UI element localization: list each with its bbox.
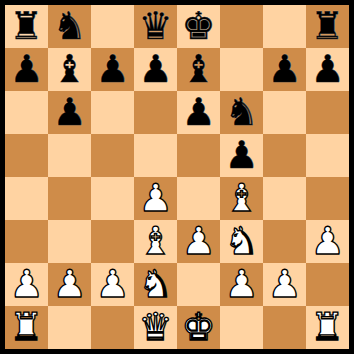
white-pawn[interactable]: ♟ — [224, 265, 258, 303]
chess-board: ♜♞♛♚♜♟♝♟♟♝♟♟♟♟♞♟♟♝♝♟♞♟♟♟♟♞♟♟♜♛♚♜ — [0, 0, 354, 354]
square-h5[interactable] — [306, 134, 349, 177]
square-g5[interactable] — [263, 134, 306, 177]
square-b4[interactable] — [48, 177, 91, 220]
white-pawn[interactable]: ♟ — [310, 222, 344, 260]
square-e2[interactable] — [177, 263, 220, 306]
square-d8[interactable]: ♛ — [134, 5, 177, 48]
black-pawn[interactable]: ♟ — [52, 93, 86, 131]
square-g3[interactable] — [263, 220, 306, 263]
white-knight[interactable]: ♞ — [224, 222, 258, 260]
square-f7[interactable] — [220, 48, 263, 91]
square-a6[interactable] — [5, 91, 48, 134]
square-c7[interactable]: ♟ — [91, 48, 134, 91]
square-b3[interactable] — [48, 220, 91, 263]
square-a3[interactable] — [5, 220, 48, 263]
square-b1[interactable] — [48, 306, 91, 349]
white-pawn[interactable]: ♟ — [138, 179, 172, 217]
square-c4[interactable] — [91, 177, 134, 220]
square-b5[interactable] — [48, 134, 91, 177]
square-f5[interactable]: ♟ — [220, 134, 263, 177]
black-pawn[interactable]: ♟ — [95, 50, 129, 88]
square-a4[interactable] — [5, 177, 48, 220]
square-a5[interactable] — [5, 134, 48, 177]
square-b2[interactable]: ♟ — [48, 263, 91, 306]
square-e3[interactable]: ♟ — [177, 220, 220, 263]
square-h3[interactable]: ♟ — [306, 220, 349, 263]
white-bishop[interactable]: ♝ — [138, 222, 172, 260]
white-queen[interactable]: ♛ — [138, 308, 172, 346]
white-pawn[interactable]: ♟ — [267, 265, 301, 303]
white-pawn[interactable]: ♟ — [9, 265, 43, 303]
black-bishop[interactable]: ♝ — [181, 50, 215, 88]
black-pawn[interactable]: ♟ — [138, 50, 172, 88]
black-bishop[interactable]: ♝ — [52, 50, 86, 88]
square-h1[interactable]: ♜ — [306, 306, 349, 349]
square-d7[interactable]: ♟ — [134, 48, 177, 91]
square-d5[interactable] — [134, 134, 177, 177]
white-pawn[interactable]: ♟ — [95, 265, 129, 303]
square-h4[interactable] — [306, 177, 349, 220]
square-c8[interactable] — [91, 5, 134, 48]
square-f6[interactable]: ♞ — [220, 91, 263, 134]
white-rook[interactable]: ♜ — [310, 308, 344, 346]
black-pawn[interactable]: ♟ — [267, 50, 301, 88]
square-c6[interactable] — [91, 91, 134, 134]
square-f3[interactable]: ♞ — [220, 220, 263, 263]
square-c5[interactable] — [91, 134, 134, 177]
square-f8[interactable] — [220, 5, 263, 48]
square-d6[interactable] — [134, 91, 177, 134]
black-pawn[interactable]: ♟ — [310, 50, 344, 88]
square-e8[interactable]: ♚ — [177, 5, 220, 48]
square-e4[interactable] — [177, 177, 220, 220]
black-pawn[interactable]: ♟ — [181, 93, 215, 131]
square-h2[interactable] — [306, 263, 349, 306]
square-d3[interactable]: ♝ — [134, 220, 177, 263]
black-king[interactable]: ♚ — [181, 7, 215, 45]
square-a7[interactable]: ♟ — [5, 48, 48, 91]
black-knight[interactable]: ♞ — [224, 93, 258, 131]
white-pawn[interactable]: ♟ — [52, 265, 86, 303]
white-knight[interactable]: ♞ — [138, 265, 172, 303]
black-pawn[interactable]: ♟ — [224, 136, 258, 174]
square-b8[interactable]: ♞ — [48, 5, 91, 48]
square-e1[interactable]: ♚ — [177, 306, 220, 349]
square-b6[interactable]: ♟ — [48, 91, 91, 134]
square-f1[interactable] — [220, 306, 263, 349]
square-g1[interactable] — [263, 306, 306, 349]
black-rook[interactable]: ♜ — [9, 7, 43, 45]
white-pawn[interactable]: ♟ — [181, 222, 215, 260]
square-a1[interactable]: ♜ — [5, 306, 48, 349]
square-e6[interactable]: ♟ — [177, 91, 220, 134]
square-g2[interactable]: ♟ — [263, 263, 306, 306]
square-e5[interactable] — [177, 134, 220, 177]
square-c3[interactable] — [91, 220, 134, 263]
square-g7[interactable]: ♟ — [263, 48, 306, 91]
white-bishop[interactable]: ♝ — [224, 179, 258, 217]
square-f4[interactable]: ♝ — [220, 177, 263, 220]
square-f2[interactable]: ♟ — [220, 263, 263, 306]
square-a8[interactable]: ♜ — [5, 5, 48, 48]
black-queen[interactable]: ♛ — [138, 7, 172, 45]
square-g8[interactable] — [263, 5, 306, 48]
black-pawn[interactable]: ♟ — [9, 50, 43, 88]
square-d1[interactable]: ♛ — [134, 306, 177, 349]
square-d4[interactable]: ♟ — [134, 177, 177, 220]
square-b7[interactable]: ♝ — [48, 48, 91, 91]
black-rook[interactable]: ♜ — [310, 7, 344, 45]
square-e7[interactable]: ♝ — [177, 48, 220, 91]
square-d2[interactable]: ♞ — [134, 263, 177, 306]
white-rook[interactable]: ♜ — [9, 308, 43, 346]
square-c1[interactable] — [91, 306, 134, 349]
square-g6[interactable] — [263, 91, 306, 134]
black-knight[interactable]: ♞ — [52, 7, 86, 45]
square-c2[interactable]: ♟ — [91, 263, 134, 306]
square-a2[interactable]: ♟ — [5, 263, 48, 306]
white-king[interactable]: ♚ — [181, 308, 215, 346]
square-h7[interactable]: ♟ — [306, 48, 349, 91]
square-g4[interactable] — [263, 177, 306, 220]
square-h6[interactable] — [306, 91, 349, 134]
square-h8[interactable]: ♜ — [306, 5, 349, 48]
